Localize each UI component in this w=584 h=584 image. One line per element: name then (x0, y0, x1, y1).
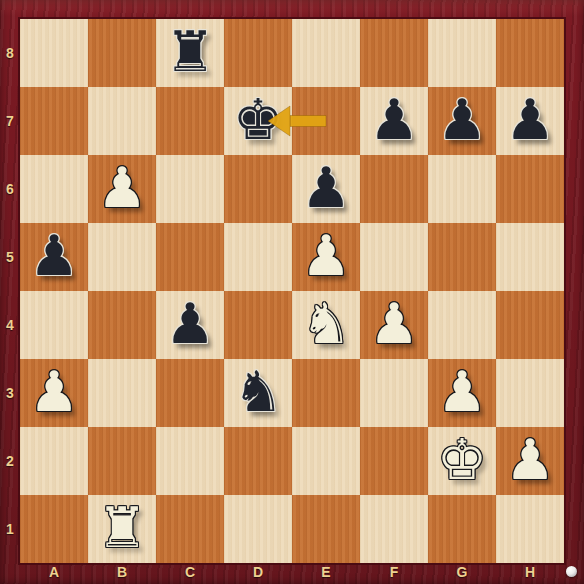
square-f3[interactable] (360, 359, 428, 427)
square-a1[interactable] (20, 495, 88, 563)
square-c7[interactable] (156, 87, 224, 155)
square-h4[interactable] (496, 291, 564, 359)
square-b7[interactable] (88, 87, 156, 155)
square-g7[interactable]: ♟ (428, 87, 496, 155)
square-a5[interactable]: ♟ (20, 223, 88, 291)
square-b5[interactable] (88, 223, 156, 291)
white-pawn-h2[interactable]: ♟ (496, 427, 564, 495)
square-c6[interactable] (156, 155, 224, 223)
rank-label-1: 1 (0, 495, 20, 563)
square-c3[interactable] (156, 359, 224, 427)
black-king-d7[interactable]: ♚ (224, 87, 292, 155)
black-rook-c8[interactable]: ♜ (156, 19, 224, 87)
square-g4[interactable] (428, 291, 496, 359)
square-a3[interactable]: ♟ (20, 359, 88, 427)
square-c5[interactable] (156, 223, 224, 291)
square-f1[interactable] (360, 495, 428, 563)
black-pawn-c4[interactable]: ♟ (156, 291, 224, 359)
square-f4[interactable]: ♟ (360, 291, 428, 359)
square-d1[interactable] (224, 495, 292, 563)
square-c8[interactable]: ♜ (156, 19, 224, 87)
white-king-g2[interactable]: ♚ (428, 427, 496, 495)
file-label-g: G (428, 563, 496, 584)
file-label-c: C (156, 563, 224, 584)
square-b8[interactable] (88, 19, 156, 87)
square-c2[interactable] (156, 427, 224, 495)
square-e6[interactable]: ♟ (292, 155, 360, 223)
square-b3[interactable] (88, 359, 156, 427)
file-label-b: B (88, 563, 156, 584)
white-pawn-g3[interactable]: ♟ (428, 359, 496, 427)
square-f8[interactable] (360, 19, 428, 87)
square-h6[interactable] (496, 155, 564, 223)
square-a7[interactable] (20, 87, 88, 155)
square-h5[interactable] (496, 223, 564, 291)
square-d5[interactable] (224, 223, 292, 291)
square-d2[interactable] (224, 427, 292, 495)
square-b6[interactable]: ♟ (88, 155, 156, 223)
square-a8[interactable] (20, 19, 88, 87)
black-pawn-h7[interactable]: ♟ (496, 87, 564, 155)
square-c1[interactable] (156, 495, 224, 563)
square-d8[interactable] (224, 19, 292, 87)
square-g6[interactable] (428, 155, 496, 223)
square-g1[interactable] (428, 495, 496, 563)
square-b2[interactable] (88, 427, 156, 495)
square-d4[interactable] (224, 291, 292, 359)
square-d6[interactable] (224, 155, 292, 223)
square-g8[interactable] (428, 19, 496, 87)
square-h3[interactable] (496, 359, 564, 427)
black-pawn-e6[interactable]: ♟ (292, 155, 360, 223)
square-f7[interactable]: ♟ (360, 87, 428, 155)
board-grid: ♜♚♟♟♟♟♟♟♟♟♞♟♟♞♟♚♟♜ (20, 19, 564, 563)
square-f2[interactable] (360, 427, 428, 495)
square-g3[interactable]: ♟ (428, 359, 496, 427)
white-to-move-indicator (566, 566, 577, 577)
white-knight-e4[interactable]: ♞ (292, 291, 360, 359)
square-a4[interactable] (20, 291, 88, 359)
file-label-d: D (224, 563, 292, 584)
rank-label-5: 5 (0, 223, 20, 291)
square-e5[interactable]: ♟ (292, 223, 360, 291)
file-label-h: H (496, 563, 564, 584)
white-pawn-f4[interactable]: ♟ (360, 291, 428, 359)
rank-label-7: 7 (0, 87, 20, 155)
rank-label-3: 3 (0, 359, 20, 427)
file-label-f: F (360, 563, 428, 584)
white-rook-b1[interactable]: ♜ (88, 495, 156, 563)
square-a2[interactable] (20, 427, 88, 495)
square-a6[interactable] (20, 155, 88, 223)
black-pawn-f7[interactable]: ♟ (360, 87, 428, 155)
white-pawn-a3[interactable]: ♟ (20, 359, 88, 427)
square-h1[interactable] (496, 495, 564, 563)
square-e2[interactable] (292, 427, 360, 495)
file-labels: ABCDEFGH (20, 563, 564, 584)
rank-labels: 87654321 (0, 19, 20, 563)
rank-label-4: 4 (0, 291, 20, 359)
square-d7[interactable]: ♚ (224, 87, 292, 155)
black-pawn-g7[interactable]: ♟ (428, 87, 496, 155)
white-pawn-e5[interactable]: ♟ (292, 223, 360, 291)
square-g5[interactable] (428, 223, 496, 291)
square-e7[interactable] (292, 87, 360, 155)
square-h7[interactable]: ♟ (496, 87, 564, 155)
file-label-e: E (292, 563, 360, 584)
file-label-a: A (20, 563, 88, 584)
rank-label-8: 8 (0, 19, 20, 87)
square-c4[interactable]: ♟ (156, 291, 224, 359)
square-h2[interactable]: ♟ (496, 427, 564, 495)
square-e3[interactable] (292, 359, 360, 427)
black-knight-d3[interactable]: ♞ (224, 359, 292, 427)
square-f6[interactable] (360, 155, 428, 223)
square-b4[interactable] (88, 291, 156, 359)
square-b1[interactable]: ♜ (88, 495, 156, 563)
black-pawn-a5[interactable]: ♟ (20, 223, 88, 291)
square-e8[interactable] (292, 19, 360, 87)
rank-label-6: 6 (0, 155, 20, 223)
square-e1[interactable] (292, 495, 360, 563)
square-d3[interactable]: ♞ (224, 359, 292, 427)
chess-board-frame: 87654321 ♜♚♟♟♟♟♟♟♟♟♞♟♟♞♟♚♟♜ ABCDEFGH (0, 0, 584, 584)
rank-label-2: 2 (0, 427, 20, 495)
square-f5[interactable] (360, 223, 428, 291)
square-h8[interactable] (496, 19, 564, 87)
square-e4[interactable]: ♞ (292, 291, 360, 359)
white-pawn-b6[interactable]: ♟ (88, 155, 156, 223)
square-g2[interactable]: ♚ (428, 427, 496, 495)
